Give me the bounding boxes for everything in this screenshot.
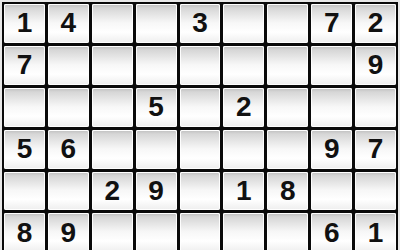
cell-r2c8[interactable] (311, 46, 352, 85)
cell-r5c8[interactable] (311, 172, 352, 211)
sudoku-screenshot: 143727952569729188961 (0, 0, 400, 250)
cell-r3c3[interactable] (92, 88, 133, 127)
cell-r6c4[interactable] (136, 213, 177, 250)
cell-r6c3[interactable] (92, 213, 133, 250)
cell-r5c3[interactable]: 2 (92, 172, 133, 211)
cell-r5c5[interactable] (180, 172, 221, 211)
cell-r3c6[interactable]: 2 (223, 88, 264, 127)
cell-r3c4[interactable]: 5 (136, 88, 177, 127)
cell-digit: 1 (17, 9, 33, 37)
cell-r2c7[interactable] (267, 46, 308, 85)
cell-r3c5[interactable] (180, 88, 221, 127)
cell-r4c8[interactable]: 9 (311, 130, 352, 169)
cell-digit: 1 (236, 177, 252, 205)
sudoku-board: 143727952569729188961 (2, 2, 398, 250)
cell-r2c6[interactable] (223, 46, 264, 85)
cell-r2c3[interactable] (92, 46, 133, 85)
cell-r5c6[interactable]: 1 (223, 172, 264, 211)
cell-digit: 9 (324, 135, 340, 163)
cell-r4c6[interactable] (223, 130, 264, 169)
cell-digit: 1 (368, 219, 384, 247)
cell-r5c1[interactable] (4, 172, 45, 211)
cell-digit: 9 (368, 51, 384, 79)
cell-r1c2[interactable]: 4 (48, 4, 89, 43)
cell-digit: 8 (17, 219, 33, 247)
cell-digit: 7 (324, 9, 340, 37)
cell-digit: 7 (368, 135, 384, 163)
cell-r4c1[interactable]: 5 (4, 130, 45, 169)
cell-digit: 2 (236, 93, 252, 121)
cell-r2c4[interactable] (136, 46, 177, 85)
cell-r4c2[interactable]: 6 (48, 130, 89, 169)
cell-r2c5[interactable] (180, 46, 221, 85)
cell-digit: 4 (61, 9, 77, 37)
cell-r1c9[interactable]: 2 (355, 4, 396, 43)
cell-r5c9[interactable] (355, 172, 396, 211)
cell-r2c1[interactable]: 7 (4, 46, 45, 85)
cell-r1c8[interactable]: 7 (311, 4, 352, 43)
cell-r6c7[interactable] (267, 213, 308, 250)
cell-r5c7[interactable]: 8 (267, 172, 308, 211)
cell-digit: 5 (17, 135, 33, 163)
cell-r2c9[interactable]: 9 (355, 46, 396, 85)
cell-digit: 8 (280, 177, 296, 205)
cell-r3c9[interactable] (355, 88, 396, 127)
cell-r6c2[interactable]: 9 (48, 213, 89, 250)
cell-r1c6[interactable] (223, 4, 264, 43)
cell-r3c8[interactable] (311, 88, 352, 127)
cell-r4c9[interactable]: 7 (355, 130, 396, 169)
cell-r6c1[interactable]: 8 (4, 213, 45, 250)
cell-digit: 5 (148, 93, 164, 121)
cell-r1c7[interactable] (267, 4, 308, 43)
cell-r1c3[interactable] (92, 4, 133, 43)
cell-r4c3[interactable] (92, 130, 133, 169)
cell-r4c5[interactable] (180, 130, 221, 169)
cell-digit: 6 (324, 219, 340, 247)
cell-digit: 9 (61, 219, 77, 247)
cell-r5c2[interactable] (48, 172, 89, 211)
cell-digit: 9 (148, 177, 164, 205)
cell-r6c5[interactable] (180, 213, 221, 250)
cell-r6c8[interactable]: 6 (311, 213, 352, 250)
cell-r1c4[interactable] (136, 4, 177, 43)
cell-digit: 2 (368, 9, 384, 37)
cell-digit: 3 (192, 9, 208, 37)
cell-r3c7[interactable] (267, 88, 308, 127)
cell-r6c9[interactable]: 1 (355, 213, 396, 250)
cell-r6c6[interactable] (223, 213, 264, 250)
cell-r4c4[interactable] (136, 130, 177, 169)
cell-digit: 6 (61, 135, 77, 163)
cell-r3c1[interactable] (4, 88, 45, 127)
cell-r2c2[interactable] (48, 46, 89, 85)
cell-r4c7[interactable] (267, 130, 308, 169)
cell-digit: 2 (104, 177, 120, 205)
cell-r5c4[interactable]: 9 (136, 172, 177, 211)
cell-digit: 7 (17, 51, 33, 79)
cell-r3c2[interactable] (48, 88, 89, 127)
cell-r1c5[interactable]: 3 (180, 4, 221, 43)
cell-r1c1[interactable]: 1 (4, 4, 45, 43)
